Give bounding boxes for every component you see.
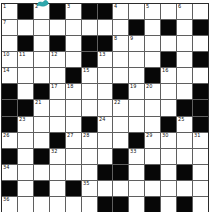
white-square[interactable] bbox=[177, 20, 192, 35]
black-square bbox=[82, 52, 97, 67]
white-square[interactable]: 26 bbox=[2, 133, 17, 148]
black-square bbox=[177, 197, 192, 212]
white-square[interactable] bbox=[66, 149, 81, 164]
white-square[interactable]: 19 bbox=[129, 84, 144, 99]
white-square[interactable] bbox=[129, 52, 144, 67]
white-square[interactable] bbox=[177, 68, 192, 83]
black-square bbox=[193, 84, 208, 99]
black-square bbox=[145, 165, 160, 180]
white-square[interactable] bbox=[18, 133, 33, 148]
clue-number: 1 bbox=[3, 4, 6, 9]
white-square[interactable]: 4 bbox=[113, 4, 128, 19]
black-square bbox=[145, 68, 160, 83]
white-square[interactable] bbox=[18, 149, 33, 164]
white-square[interactable] bbox=[18, 181, 33, 196]
black-square bbox=[18, 36, 33, 51]
white-square[interactable] bbox=[34, 52, 49, 67]
white-square[interactable] bbox=[82, 149, 97, 164]
white-square[interactable] bbox=[82, 165, 97, 180]
clue-number: 35 bbox=[83, 181, 89, 186]
black-square bbox=[113, 84, 128, 99]
white-square[interactable] bbox=[50, 117, 65, 132]
white-square[interactable] bbox=[98, 68, 113, 83]
white-square[interactable] bbox=[145, 100, 160, 115]
black-square bbox=[50, 36, 65, 51]
white-square[interactable]: 35 bbox=[82, 181, 97, 196]
white-square[interactable]: 3 bbox=[66, 4, 81, 19]
white-square[interactable] bbox=[82, 197, 97, 212]
white-square[interactable] bbox=[50, 165, 65, 180]
clue-number: 28 bbox=[83, 133, 89, 138]
white-square[interactable] bbox=[145, 181, 160, 196]
white-square[interactable]: 34 bbox=[2, 165, 17, 180]
black-square bbox=[2, 181, 17, 196]
clue-number: 12 bbox=[51, 52, 57, 57]
black-square bbox=[113, 165, 128, 180]
white-square[interactable]: 25 bbox=[177, 117, 192, 132]
black-square bbox=[161, 117, 176, 132]
white-square[interactable] bbox=[193, 181, 208, 196]
white-square[interactable]: 17 bbox=[50, 84, 65, 99]
clue-number: 23 bbox=[19, 117, 25, 122]
white-square[interactable] bbox=[177, 181, 192, 196]
white-square[interactable]: 18 bbox=[66, 84, 81, 99]
white-square[interactable] bbox=[50, 20, 65, 35]
clue-number: 4 bbox=[114, 4, 117, 9]
crossword-board: 1234567891011121314151617181920212223242… bbox=[1, 3, 209, 212]
clue-number: 18 bbox=[67, 84, 73, 89]
white-square[interactable] bbox=[2, 36, 17, 51]
clue-number: 33 bbox=[130, 149, 136, 154]
white-square[interactable] bbox=[161, 181, 176, 196]
black-square bbox=[34, 84, 49, 99]
black-square bbox=[50, 4, 65, 19]
clue-number: 15 bbox=[83, 68, 89, 73]
black-square bbox=[98, 4, 113, 19]
white-square[interactable] bbox=[66, 197, 81, 212]
clue-number: 34 bbox=[3, 165, 9, 170]
white-square[interactable] bbox=[66, 20, 81, 35]
black-square bbox=[113, 149, 128, 164]
black-square bbox=[129, 20, 144, 35]
clue-number: 31 bbox=[194, 133, 200, 138]
clue-number: 30 bbox=[162, 133, 168, 138]
black-square bbox=[82, 36, 97, 51]
white-square[interactable] bbox=[177, 36, 192, 51]
white-square[interactable] bbox=[145, 149, 160, 164]
black-square bbox=[2, 117, 17, 132]
white-square[interactable] bbox=[98, 20, 113, 35]
clue-number: 2 bbox=[35, 4, 38, 9]
white-square[interactable] bbox=[161, 36, 176, 51]
clue-number: 5 bbox=[146, 4, 149, 9]
clue-number: 19 bbox=[130, 84, 136, 89]
white-square[interactable] bbox=[161, 100, 176, 115]
white-square[interactable]: 21 bbox=[34, 100, 49, 115]
white-square[interactable] bbox=[193, 68, 208, 83]
white-square[interactable] bbox=[66, 52, 81, 67]
white-square[interactable]: 2 bbox=[34, 4, 49, 19]
clue-number: 20 bbox=[146, 84, 152, 89]
clue-number: 11 bbox=[19, 52, 25, 57]
black-square bbox=[82, 117, 97, 132]
white-square[interactable] bbox=[34, 133, 49, 148]
black-square bbox=[193, 117, 208, 132]
clue-number: 26 bbox=[3, 133, 9, 138]
white-square[interactable]: 5 bbox=[145, 4, 160, 19]
clue-number: 6 bbox=[178, 4, 181, 9]
white-square[interactable]: 23 bbox=[18, 117, 33, 132]
clue-number: 25 bbox=[178, 117, 184, 122]
white-square[interactable] bbox=[50, 100, 65, 115]
black-square bbox=[2, 84, 17, 99]
clue-number: 17 bbox=[51, 84, 57, 89]
white-square[interactable] bbox=[50, 68, 65, 83]
black-square bbox=[66, 181, 81, 196]
white-square[interactable] bbox=[145, 36, 160, 51]
clue-number: 7 bbox=[3, 20, 6, 25]
white-square[interactable] bbox=[50, 181, 65, 196]
white-square[interactable]: 10 bbox=[2, 52, 17, 67]
white-square[interactable] bbox=[34, 117, 49, 132]
white-square[interactable] bbox=[161, 149, 176, 164]
white-square[interactable]: 27 bbox=[66, 133, 81, 148]
white-square[interactable] bbox=[50, 197, 65, 212]
white-square[interactable] bbox=[98, 84, 113, 99]
white-square[interactable]: 24 bbox=[98, 117, 113, 132]
black-square bbox=[98, 165, 113, 180]
white-square[interactable] bbox=[98, 149, 113, 164]
white-square[interactable]: 33 bbox=[129, 149, 144, 164]
white-square[interactable] bbox=[193, 165, 208, 180]
clue-number: 27 bbox=[67, 133, 73, 138]
white-square[interactable]: 28 bbox=[82, 133, 97, 148]
clue-number: 10 bbox=[3, 52, 9, 57]
white-square[interactable]: 12 bbox=[50, 52, 65, 67]
white-square[interactable] bbox=[98, 133, 113, 148]
black-square bbox=[98, 197, 113, 212]
clue-number: 36 bbox=[3, 197, 9, 202]
white-square[interactable]: 8 bbox=[113, 36, 128, 51]
white-square[interactable]: 9 bbox=[129, 36, 144, 51]
white-square[interactable] bbox=[66, 36, 81, 51]
white-square[interactable]: 32 bbox=[50, 149, 65, 164]
white-square[interactable] bbox=[82, 84, 97, 99]
white-square[interactable]: 6 bbox=[177, 4, 192, 19]
black-square bbox=[66, 68, 81, 83]
black-square bbox=[193, 100, 208, 115]
black-square bbox=[193, 20, 208, 35]
black-square bbox=[129, 133, 144, 148]
white-square[interactable] bbox=[34, 36, 49, 51]
black-square bbox=[161, 52, 176, 67]
white-square[interactable] bbox=[34, 68, 49, 83]
black-square bbox=[145, 197, 160, 212]
white-square[interactable] bbox=[161, 197, 176, 212]
white-square[interactable]: 1 bbox=[2, 4, 17, 19]
white-square[interactable]: 20 bbox=[145, 84, 160, 99]
white-square[interactable] bbox=[193, 149, 208, 164]
clue-number: 16 bbox=[162, 68, 168, 73]
white-square[interactable]: 11 bbox=[18, 52, 33, 67]
clue-number: 14 bbox=[3, 68, 9, 73]
clue-number: 29 bbox=[146, 133, 152, 138]
white-square[interactable] bbox=[113, 117, 128, 132]
white-square[interactable] bbox=[18, 84, 33, 99]
white-square[interactable] bbox=[193, 4, 208, 19]
black-square bbox=[177, 165, 192, 180]
clue-number: 9 bbox=[130, 36, 133, 41]
black-square bbox=[193, 52, 208, 67]
white-square[interactable] bbox=[161, 84, 176, 99]
white-square[interactable] bbox=[113, 68, 128, 83]
white-square[interactable]: 30 bbox=[161, 133, 176, 148]
white-square[interactable] bbox=[177, 52, 192, 67]
white-square[interactable] bbox=[129, 4, 144, 19]
white-square[interactable] bbox=[113, 52, 128, 67]
white-square[interactable] bbox=[18, 20, 33, 35]
white-square[interactable] bbox=[34, 197, 49, 212]
white-square[interactable] bbox=[18, 165, 33, 180]
clue-number: 22 bbox=[114, 100, 120, 105]
white-square[interactable] bbox=[161, 4, 176, 19]
white-square[interactable] bbox=[193, 36, 208, 51]
white-square[interactable] bbox=[66, 117, 81, 132]
white-square[interactable]: 14 bbox=[2, 68, 17, 83]
black-square bbox=[98, 36, 113, 51]
white-square[interactable] bbox=[98, 181, 113, 196]
white-square[interactable] bbox=[177, 133, 192, 148]
black-square bbox=[34, 181, 49, 196]
white-square[interactable] bbox=[177, 149, 192, 164]
white-square[interactable] bbox=[129, 117, 144, 132]
white-square[interactable] bbox=[113, 133, 128, 148]
black-square bbox=[113, 197, 128, 212]
black-square bbox=[18, 4, 33, 19]
clue-number: 8 bbox=[114, 36, 117, 41]
white-square[interactable] bbox=[129, 197, 144, 212]
white-square[interactable] bbox=[82, 20, 97, 35]
white-square[interactable] bbox=[113, 181, 128, 196]
white-square[interactable] bbox=[129, 165, 144, 180]
white-square[interactable]: 16 bbox=[161, 68, 176, 83]
white-square[interactable] bbox=[193, 197, 208, 212]
clue-number: 32 bbox=[51, 149, 57, 154]
black-square bbox=[50, 133, 65, 148]
clue-number: 24 bbox=[99, 117, 105, 122]
white-square[interactable]: 13 bbox=[98, 52, 113, 67]
clue-number: 13 bbox=[99, 52, 105, 57]
black-square bbox=[2, 100, 17, 115]
white-square[interactable]: 29 bbox=[145, 133, 160, 148]
white-square[interactable] bbox=[145, 117, 160, 132]
white-square[interactable] bbox=[145, 52, 160, 67]
white-square[interactable]: 7 bbox=[2, 20, 17, 35]
white-square[interactable] bbox=[66, 100, 81, 115]
white-square[interactable]: 22 bbox=[113, 100, 128, 115]
white-square[interactable] bbox=[129, 100, 144, 115]
clue-number: 3 bbox=[67, 4, 70, 9]
white-square[interactable] bbox=[98, 100, 113, 115]
white-square[interactable]: 15 bbox=[82, 68, 97, 83]
black-square bbox=[177, 100, 192, 115]
black-square bbox=[2, 149, 17, 164]
white-square[interactable] bbox=[34, 165, 49, 180]
white-square[interactable] bbox=[129, 181, 144, 196]
black-square bbox=[18, 100, 33, 115]
white-square[interactable] bbox=[129, 68, 144, 83]
white-square[interactable] bbox=[113, 20, 128, 35]
black-square bbox=[82, 4, 97, 19]
white-square[interactable] bbox=[145, 20, 160, 35]
clue-number: 21 bbox=[35, 100, 41, 105]
white-square[interactable] bbox=[34, 20, 49, 35]
black-square bbox=[161, 20, 176, 35]
white-square[interactable] bbox=[177, 84, 192, 99]
white-square[interactable] bbox=[161, 165, 176, 180]
white-square[interactable] bbox=[82, 100, 97, 115]
white-square[interactable] bbox=[18, 68, 33, 83]
white-square[interactable]: 31 bbox=[193, 133, 208, 148]
white-square[interactable]: 36 bbox=[2, 197, 17, 212]
white-square[interactable] bbox=[66, 165, 81, 180]
black-square bbox=[34, 149, 49, 164]
white-square[interactable] bbox=[18, 197, 33, 212]
